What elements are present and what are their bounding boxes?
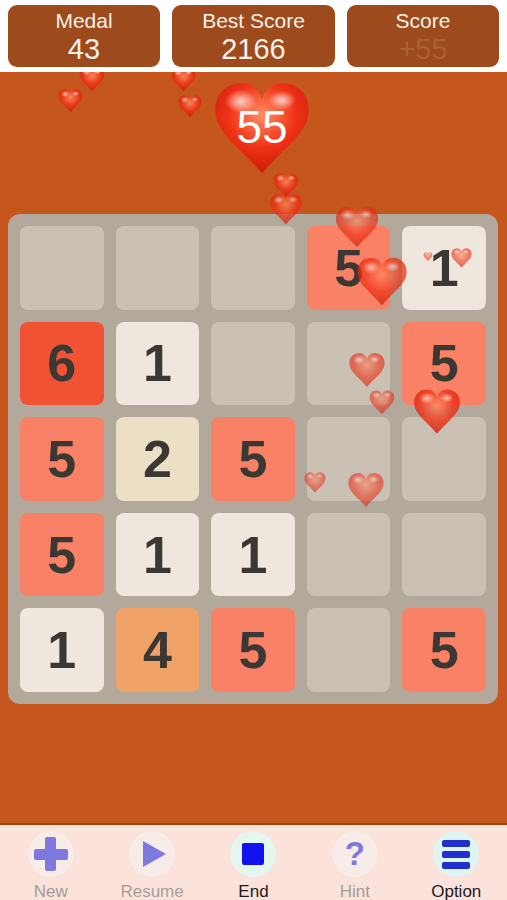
stats-header: Medal 43 Best Score 2166 Score +55 <box>0 0 507 72</box>
best-score-value: 2166 <box>172 34 335 64</box>
score-label: Score <box>347 8 499 34</box>
tile-6-r2c1[interactable]: 6 <box>20 322 104 406</box>
empty-cell-r1c2 <box>116 226 200 310</box>
floating-heart-icon <box>272 172 300 200</box>
medal-value: 43 <box>8 34 160 64</box>
option-button-label: Option <box>431 882 481 900</box>
end-button-label: End <box>238 882 268 900</box>
empty-cell-r1c1 <box>20 226 104 310</box>
empty-cell-r3c5 <box>402 417 486 501</box>
tile-5-r5c3[interactable]: 5 <box>211 608 295 692</box>
empty-cell-r3c4 <box>307 417 391 501</box>
option-button[interactable]: Option <box>406 825 506 900</box>
tile-1-r5c1[interactable]: 1 <box>20 608 104 692</box>
score-bonus-value: +55 <box>347 34 499 64</box>
empty-cell-r1c3 <box>211 226 295 310</box>
score-panel: Score +55 <box>347 5 499 67</box>
empty-cell-r2c3 <box>211 322 295 406</box>
bonus-heart-icon <box>203 78 321 184</box>
bonus-heart-score: 55 <box>203 100 321 154</box>
menu-icon <box>433 831 479 877</box>
tile-5-r3c3[interactable]: 5 <box>211 417 295 501</box>
toolbar: NewResumeEnd?HintOption <box>0 823 507 900</box>
new-button-label: New <box>34 882 68 900</box>
game-screen: Medal 43 Best Score 2166 Score +55 51615… <box>0 0 507 900</box>
hint-button[interactable]: ?Hint <box>305 825 405 900</box>
new-button[interactable]: New <box>1 825 101 900</box>
empty-cell-r4c4 <box>307 513 391 597</box>
tile-5-r1c4[interactable]: 5 <box>307 226 391 310</box>
tile-5-r4c1[interactable]: 5 <box>20 513 104 597</box>
end-button[interactable]: End <box>203 825 303 900</box>
tile-5-r5c5[interactable]: 5 <box>402 608 486 692</box>
best-score-panel: Best Score 2166 <box>172 5 335 67</box>
tile-1-r4c2[interactable]: 1 <box>116 513 200 597</box>
medal-panel: Medal 43 <box>8 5 160 67</box>
floating-heart-icon <box>57 88 84 115</box>
resume-button-label: Resume <box>120 882 183 900</box>
tile-1-r4c3[interactable]: 1 <box>211 513 295 597</box>
empty-cell-r5c4 <box>307 608 391 692</box>
tile-2-r3c2[interactable]: 2 <box>116 417 200 501</box>
tile-4-r5c2[interactable]: 4 <box>116 608 200 692</box>
question-icon: ? <box>332 831 378 877</box>
floating-heart-icon <box>177 94 203 120</box>
play-icon <box>129 831 175 877</box>
tile-5-r2c5[interactable]: 5 <box>402 322 486 406</box>
empty-cell-r2c4 <box>307 322 391 406</box>
tile-1-r1c5[interactable]: 1 <box>402 226 486 310</box>
medal-label: Medal <box>8 8 160 34</box>
tile-5-r3c1[interactable]: 5 <box>20 417 104 501</box>
resume-button[interactable]: Resume <box>102 825 202 900</box>
board-grid[interactable]: 516155255111455 <box>8 214 498 704</box>
plus-icon <box>28 831 74 877</box>
tile-1-r2c2[interactable]: 1 <box>116 322 200 406</box>
empty-cell-r4c5 <box>402 513 486 597</box>
hint-button-label: Hint <box>340 882 370 900</box>
best-score-label: Best Score <box>172 8 335 34</box>
stop-icon <box>230 831 276 877</box>
